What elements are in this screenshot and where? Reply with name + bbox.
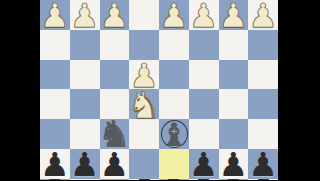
square-d4[interactable]: [159, 60, 189, 90]
square-a2[interactable]: ♟: [248, 0, 278, 30]
square-f4[interactable]: [100, 60, 130, 90]
square-c5[interactable]: [189, 89, 219, 119]
square-a4[interactable]: [248, 60, 278, 90]
letterbox-left: [0, 0, 40, 180]
black-pawn[interactable]: ♟: [219, 148, 249, 180]
white-pawn[interactable]: ♟: [100, 0, 130, 32]
square-c4[interactable]: [189, 60, 219, 90]
white-knight[interactable]: ♞: [128, 86, 161, 123]
square-b5[interactable]: [219, 89, 249, 119]
letterbox-right: [278, 0, 320, 180]
square-h5[interactable]: [40, 89, 70, 119]
white-pawn[interactable]: ♟: [159, 0, 189, 32]
black-pawn[interactable]: ♟: [248, 148, 278, 180]
square-h2[interactable]: ♟: [40, 0, 70, 30]
square-e2[interactable]: [129, 0, 159, 30]
white-pawn[interactable]: ♟: [40, 0, 70, 32]
white-pawn[interactable]: ♟: [70, 0, 100, 32]
black-pawn[interactable]: ♟: [40, 148, 70, 180]
square-f2[interactable]: ♟: [100, 0, 130, 30]
video-frame: ♟♟♟♟♟♟♟♟♞♞♝♟♟♟♟♟♟: [0, 0, 320, 180]
cropped-piece-top: [168, 179, 179, 181]
cropped-piece-top: [139, 179, 150, 181]
black-bishop[interactable]: ♝: [160, 118, 189, 150]
white-pawn[interactable]: ♟: [219, 0, 249, 32]
black-pawn[interactable]: ♟: [70, 148, 100, 180]
square-b4[interactable]: [219, 60, 249, 90]
square-a5[interactable]: [248, 89, 278, 119]
square-d6[interactable]: ♝: [159, 119, 189, 149]
square-c2[interactable]: ♟: [189, 0, 219, 30]
square-d2[interactable]: ♟: [159, 0, 189, 30]
square-g4[interactable]: [70, 60, 100, 90]
square-g7[interactable]: ♟: [70, 149, 100, 179]
chess-board: ♟♟♟♟♟♟♟♟♞♞♝♟♟♟♟♟♟: [40, 0, 278, 180]
square-c7[interactable]: ♟: [189, 149, 219, 179]
square-e7[interactable]: [129, 149, 159, 179]
black-pawn[interactable]: ♟: [100, 148, 130, 180]
white-pawn[interactable]: ♟: [189, 0, 219, 32]
square-h7[interactable]: ♟: [40, 149, 70, 179]
square-a7[interactable]: ♟: [248, 149, 278, 179]
white-pawn[interactable]: ♟: [248, 0, 278, 32]
square-g5[interactable]: [70, 89, 100, 119]
black-pawn[interactable]: ♟: [189, 148, 219, 180]
square-b7[interactable]: ♟: [219, 149, 249, 179]
square-e5[interactable]: ♞: [129, 89, 159, 119]
square-f7[interactable]: ♟: [100, 149, 130, 179]
square-d8-cropped: [159, 179, 189, 181]
square-g2[interactable]: ♟: [70, 0, 100, 30]
square-e8-cropped: [129, 179, 159, 181]
square-b2[interactable]: ♟: [219, 0, 249, 30]
square-h4[interactable]: [40, 60, 70, 90]
